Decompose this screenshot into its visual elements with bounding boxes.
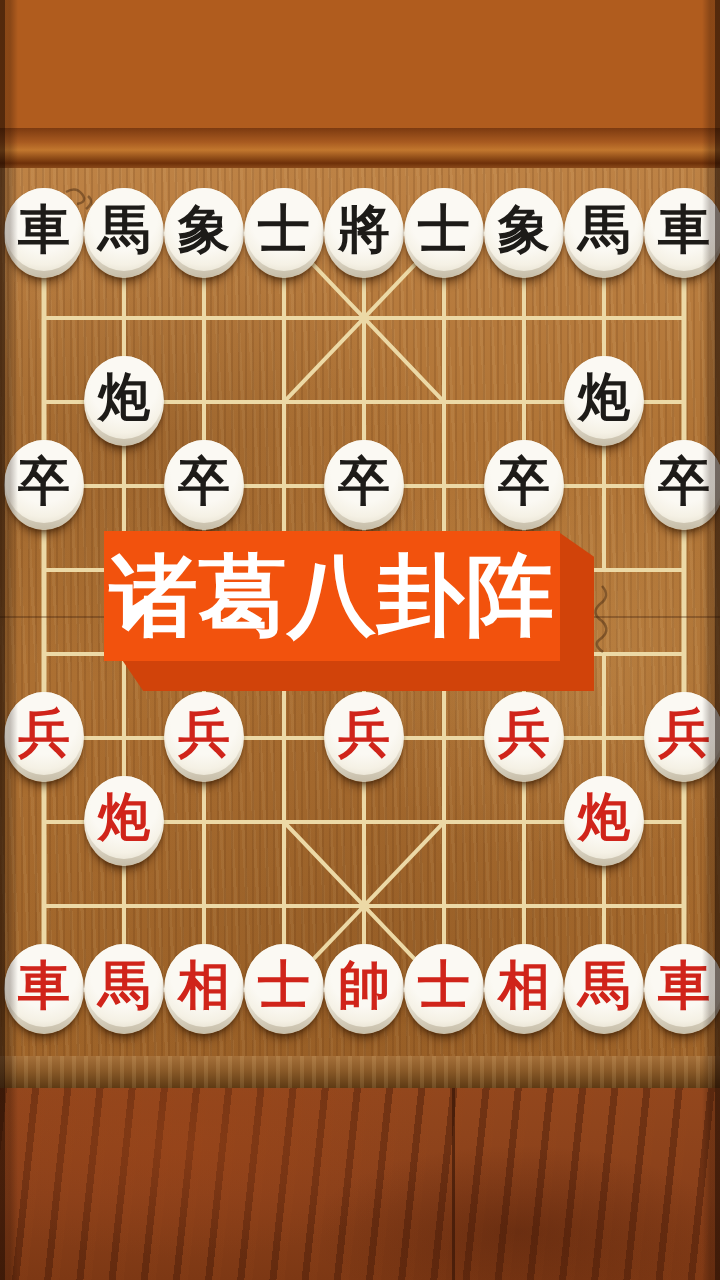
piece-black-elephant[interactable]: 象 [484, 188, 564, 278]
piece-glyph: 兵 [338, 707, 390, 759]
piece-face: 車 [645, 188, 720, 271]
piece-face: 炮 [85, 776, 163, 859]
piece-glyph: 卒 [338, 455, 390, 507]
piece-glyph: 卒 [658, 455, 710, 507]
piece-face: 士 [245, 188, 323, 271]
piece-black-soldier[interactable]: 卒 [484, 440, 564, 530]
piece-red-elephant[interactable]: 相 [484, 944, 564, 1034]
piece-glyph: 卒 [498, 455, 550, 507]
piece-face: 馬 [85, 188, 163, 271]
piece-face: 士 [245, 944, 323, 1027]
table-wood-bottom [0, 1088, 720, 1280]
piece-glyph: 馬 [98, 203, 150, 255]
piece-red-soldier[interactable]: 兵 [484, 692, 564, 782]
piece-glyph: 兵 [178, 707, 230, 759]
piece-red-chariot[interactable]: 車 [644, 944, 720, 1034]
piece-black-advisor[interactable]: 士 [404, 188, 484, 278]
piece-black-soldier[interactable]: 卒 [324, 440, 404, 530]
piece-face: 馬 [565, 944, 643, 1027]
piece-glyph: 炮 [578, 371, 630, 423]
piece-black-chariot[interactable]: 車 [644, 188, 720, 278]
piece-black-soldier[interactable]: 卒 [164, 440, 244, 530]
piece-red-horse[interactable]: 馬 [84, 944, 164, 1034]
piece-glyph: 馬 [98, 959, 150, 1011]
piece-black-horse[interactable]: 馬 [84, 188, 164, 278]
piece-glyph: 車 [658, 203, 710, 255]
board-edge-bottom [0, 1056, 720, 1088]
piece-face: 士 [405, 944, 483, 1027]
piece-glyph: 馬 [578, 203, 630, 255]
piece-face: 卒 [165, 440, 243, 523]
piece-face: 馬 [565, 188, 643, 271]
piece-red-elephant[interactable]: 相 [164, 944, 244, 1034]
piece-glyph: 士 [258, 959, 310, 1011]
piece-glyph: 相 [498, 959, 550, 1011]
piece-face: 象 [485, 188, 563, 271]
piece-red-horse[interactable]: 馬 [564, 944, 644, 1034]
piece-face: 相 [165, 944, 243, 1027]
board-edge-top [0, 128, 720, 168]
piece-face: 炮 [565, 356, 643, 439]
banner-fold-bottom [122, 659, 594, 691]
piece-black-soldier[interactable]: 卒 [644, 440, 720, 530]
piece-face: 馬 [85, 944, 163, 1027]
piece-glyph: 車 [18, 959, 70, 1011]
piece-face: 兵 [645, 692, 720, 775]
piece-red-cannon[interactable]: 炮 [84, 776, 164, 866]
piece-face: 車 [5, 188, 83, 271]
piece-glyph: 象 [178, 203, 230, 255]
piece-glyph: 炮 [578, 791, 630, 843]
piece-face: 炮 [85, 356, 163, 439]
piece-glyph: 卒 [178, 455, 230, 507]
piece-face: 士 [405, 188, 483, 271]
floor-plank-seam [452, 1088, 455, 1280]
piece-red-soldier[interactable]: 兵 [644, 692, 720, 782]
piece-glyph: 炮 [98, 371, 150, 423]
piece-face: 象 [165, 188, 243, 271]
piece-face: 兵 [165, 692, 243, 775]
piece-black-horse[interactable]: 馬 [564, 188, 644, 278]
piece-glyph: 馬 [578, 959, 630, 1011]
piece-red-advisor[interactable]: 士 [244, 944, 324, 1034]
piece-black-soldier[interactable]: 卒 [4, 440, 84, 530]
piece-red-chariot[interactable]: 車 [4, 944, 84, 1034]
piece-glyph: 象 [498, 203, 550, 255]
piece-face: 卒 [485, 440, 563, 523]
piece-black-advisor[interactable]: 士 [244, 188, 324, 278]
piece-black-elephant[interactable]: 象 [164, 188, 244, 278]
piece-glyph: 兵 [498, 707, 550, 759]
piece-face: 炮 [565, 776, 643, 859]
piece-face: 卒 [5, 440, 83, 523]
piece-face: 兵 [485, 692, 563, 775]
banner-title-text: 诸葛八卦阵 [110, 537, 555, 656]
screenshot-stage: 車馬象士將士象馬車炮炮卒卒卒卒卒兵兵兵兵兵炮炮車馬相士帥士相馬車 诸葛八卦阵 [0, 0, 720, 1280]
piece-black-chariot[interactable]: 車 [4, 188, 84, 278]
piece-glyph: 車 [18, 203, 70, 255]
piece-black-cannon[interactable]: 炮 [564, 356, 644, 446]
piece-red-soldier[interactable]: 兵 [164, 692, 244, 782]
piece-glyph: 兵 [18, 707, 70, 759]
piece-red-soldier[interactable]: 兵 [324, 692, 404, 782]
piece-face: 卒 [645, 440, 720, 523]
piece-glyph: 士 [258, 203, 310, 255]
piece-glyph: 相 [178, 959, 230, 1011]
table-wood-top [0, 0, 720, 128]
piece-face: 車 [5, 944, 83, 1027]
piece-glyph: 卒 [18, 455, 70, 507]
piece-face: 兵 [325, 692, 403, 775]
piece-face: 卒 [325, 440, 403, 523]
piece-glyph: 車 [658, 959, 710, 1011]
piece-glyph: 將 [338, 203, 390, 255]
piece-face: 兵 [5, 692, 83, 775]
piece-face: 將 [325, 188, 403, 271]
piece-black-cannon[interactable]: 炮 [84, 356, 164, 446]
piece-glyph: 帥 [338, 959, 390, 1011]
piece-black-general[interactable]: 將 [324, 188, 404, 278]
piece-face: 相 [485, 944, 563, 1027]
piece-face: 帥 [325, 944, 403, 1027]
piece-glyph: 士 [418, 959, 470, 1011]
piece-glyph: 兵 [658, 707, 710, 759]
piece-glyph: 士 [418, 203, 470, 255]
piece-red-soldier[interactable]: 兵 [4, 692, 84, 782]
title-banner: 诸葛八卦阵 [104, 531, 560, 661]
piece-face: 車 [645, 944, 720, 1027]
piece-red-general[interactable]: 帥 [324, 944, 404, 1034]
piece-red-advisor[interactable]: 士 [404, 944, 484, 1034]
piece-glyph: 炮 [98, 791, 150, 843]
piece-red-cannon[interactable]: 炮 [564, 776, 644, 866]
